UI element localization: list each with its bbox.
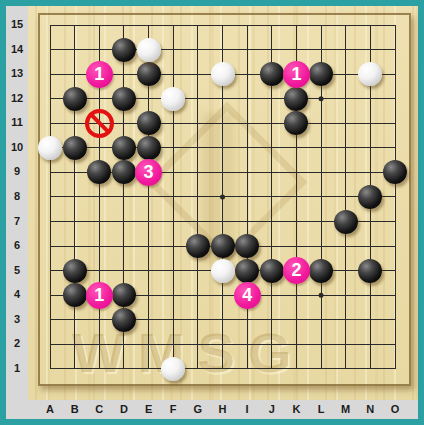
white-stone-N13 xyxy=(358,62,382,86)
col-label-D: D xyxy=(115,403,133,415)
row-label-13: 13 xyxy=(6,67,28,79)
row-label-14: 14 xyxy=(6,43,28,55)
black-stone-D14 xyxy=(112,38,136,62)
row-label-12: 12 xyxy=(6,92,28,104)
white-stone-F1 xyxy=(161,357,185,381)
col-label-K: K xyxy=(287,403,305,415)
black-stone-B12 xyxy=(63,87,87,111)
black-stone-N8 xyxy=(358,185,382,209)
black-stone-B10 xyxy=(63,136,87,160)
row-label-1: 1 xyxy=(6,362,28,374)
row-label-2: 2 xyxy=(6,337,28,349)
black-stone-E13 xyxy=(137,62,161,86)
black-stone-B4 xyxy=(63,283,87,307)
col-label-C: C xyxy=(90,403,108,415)
black-stone-E11 xyxy=(137,111,161,135)
stones-layer: 111234 xyxy=(0,0,424,425)
black-stone-B5 xyxy=(63,259,87,283)
white-stone-H13 xyxy=(211,62,235,86)
row-label-7: 7 xyxy=(6,215,28,227)
black-stone-N5 xyxy=(358,259,382,283)
col-label-B: B xyxy=(66,403,84,415)
black-stone-I5 xyxy=(235,259,259,283)
black-stone-J5 xyxy=(260,259,284,283)
black-stone-K11 xyxy=(284,111,308,135)
white-stone-A10 xyxy=(38,136,62,160)
col-label-M: M xyxy=(337,403,355,415)
forbidden-slash xyxy=(88,112,110,134)
black-stone-M7 xyxy=(334,210,358,234)
black-stone-D12 xyxy=(112,87,136,111)
white-stone-H5 xyxy=(211,259,235,283)
col-label-E: E xyxy=(140,403,158,415)
col-label-F: F xyxy=(164,403,182,415)
row-label-9: 9 xyxy=(6,165,28,177)
row-label-4: 4 xyxy=(6,288,28,300)
col-label-J: J xyxy=(263,403,281,415)
col-label-A: A xyxy=(41,403,59,415)
move-option-1-C4[interactable]: 1 xyxy=(86,282,113,309)
move-option-4-I4[interactable]: 4 xyxy=(234,282,261,309)
black-stone-K12 xyxy=(284,87,308,111)
black-stone-J13 xyxy=(260,62,284,86)
black-stone-G6 xyxy=(186,234,210,258)
black-stone-D4 xyxy=(112,283,136,307)
row-label-6: 6 xyxy=(6,239,28,251)
col-label-L: L xyxy=(312,403,330,415)
move-option-2-K5[interactable]: 2 xyxy=(283,257,310,284)
black-stone-D9 xyxy=(112,160,136,184)
move-option-3-E9[interactable]: 3 xyxy=(135,159,162,186)
white-stone-E14 xyxy=(137,38,161,62)
row-label-3: 3 xyxy=(6,313,28,325)
black-stone-D3 xyxy=(112,308,136,332)
move-option-1-K13[interactable]: 1 xyxy=(283,61,310,88)
col-label-G: G xyxy=(189,403,207,415)
col-label-H: H xyxy=(214,403,232,415)
row-label-11: 11 xyxy=(6,116,28,128)
row-label-10: 10 xyxy=(6,141,28,153)
black-stone-E10 xyxy=(137,136,161,160)
black-stone-L13 xyxy=(309,62,333,86)
col-label-N: N xyxy=(361,403,379,415)
col-label-I: I xyxy=(238,403,256,415)
row-label-5: 5 xyxy=(6,264,28,276)
col-label-O: O xyxy=(386,403,404,415)
white-stone-F12 xyxy=(161,87,185,111)
black-stone-O9 xyxy=(383,160,407,184)
black-stone-I6 xyxy=(235,234,259,258)
row-label-8: 8 xyxy=(6,190,28,202)
go-quiz-window: WMSG 111234 151413121110987654321ABCDEFG… xyxy=(0,0,424,425)
black-stone-D10 xyxy=(112,136,136,160)
black-stone-L5 xyxy=(309,259,333,283)
forbidden-move-icon-C11 xyxy=(85,109,114,138)
black-stone-C9 xyxy=(87,160,111,184)
move-option-1-C13[interactable]: 1 xyxy=(86,61,113,88)
black-stone-H6 xyxy=(211,234,235,258)
row-label-15: 15 xyxy=(6,18,28,30)
